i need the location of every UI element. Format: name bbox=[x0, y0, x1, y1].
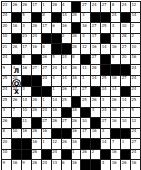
grid-cell[interactable]: 26 bbox=[12, 97, 21, 107]
cell-code-number: 26 bbox=[32, 23, 37, 28]
grid-cell[interactable]: 16 bbox=[12, 23, 21, 33]
grid-cell[interactable]: 16 bbox=[111, 150, 120, 160]
grid-cell[interactable]: 14 bbox=[22, 97, 31, 107]
cell-code-number: 23 bbox=[22, 34, 27, 39]
grid-cell[interactable]: 28 bbox=[72, 44, 81, 54]
grid-cell[interactable]: 3 bbox=[101, 97, 110, 107]
cell-code-number: 16 bbox=[112, 150, 117, 155]
grid-cell[interactable]: 21 bbox=[2, 44, 11, 54]
cell-code-number: 25 bbox=[3, 97, 8, 102]
block-cell bbox=[72, 23, 81, 33]
grid-cell[interactable]: 24 bbox=[2, 13, 11, 23]
block-cell bbox=[101, 55, 110, 65]
block-cell bbox=[12, 34, 21, 44]
cell-code-number: 25 bbox=[62, 97, 67, 102]
cell-code-number: 17 bbox=[92, 34, 97, 39]
grid-cell[interactable]: 24 bbox=[91, 2, 100, 12]
cell-code-number: 24 bbox=[42, 76, 47, 81]
cell-code-number: 8 bbox=[72, 55, 74, 60]
grid-cell[interactable]: 26 bbox=[91, 97, 100, 107]
grid-cell[interactable]: 23 bbox=[22, 34, 31, 44]
codeword-puzzle-page: 2326261712842724278241224581428324142016… bbox=[0, 0, 140, 170]
cell-code-number: 26 bbox=[22, 2, 27, 7]
cell-code-number: 5 bbox=[22, 13, 24, 18]
grid-cell[interactable]: 16 bbox=[111, 118, 120, 128]
grid-cell[interactable]: 25 bbox=[62, 97, 71, 107]
cell-code-number: 26 bbox=[82, 150, 87, 155]
block-cell bbox=[101, 13, 110, 23]
block-cell bbox=[52, 13, 61, 23]
cell-code-number: 16 bbox=[82, 23, 87, 28]
grid-cell[interactable]: 28 bbox=[91, 65, 100, 75]
cell-code-number: 3 bbox=[3, 108, 5, 113]
cell-code-number: 24 bbox=[32, 34, 37, 39]
grid-cell[interactable]: 1 bbox=[42, 97, 51, 107]
block-cell bbox=[121, 129, 130, 139]
cell-code-number: 3 bbox=[102, 97, 104, 102]
grid-cell[interactable]: 16 bbox=[72, 129, 81, 139]
cell-code-number: 27 bbox=[102, 2, 107, 7]
cell-code-number: 16 bbox=[62, 23, 67, 28]
cell-code-number: 5 bbox=[132, 108, 134, 113]
cell-code-number: 24 bbox=[42, 108, 47, 113]
grid-cell[interactable]: 25 bbox=[2, 97, 11, 107]
grid-cell[interactable]: 26 bbox=[32, 97, 41, 107]
grid-cell[interactable]: 16 bbox=[111, 108, 120, 118]
grid-cell[interactable]: 24 bbox=[131, 65, 140, 75]
cell-code-number: 26 bbox=[42, 55, 47, 60]
block-cell bbox=[32, 55, 41, 65]
grid-cell[interactable]: 18 bbox=[72, 108, 81, 118]
grid-cell[interactable]: 16 bbox=[111, 76, 120, 86]
grid-cell[interactable]: 27 bbox=[121, 76, 130, 86]
cell-code-number: 25 bbox=[132, 97, 137, 102]
cell-code-number: 25 bbox=[102, 23, 107, 28]
grid-cell[interactable]: 26 bbox=[72, 118, 81, 128]
grid-cell[interactable]: 24 bbox=[42, 108, 51, 118]
grid-cell[interactable]: 24 bbox=[101, 108, 110, 118]
cell-code-number: 10 bbox=[12, 129, 17, 134]
grid-cell[interactable]: 12 bbox=[131, 2, 140, 12]
grid-cell[interactable]: 24 bbox=[2, 55, 11, 65]
block-cell bbox=[111, 65, 120, 75]
cell-code-number: 24 bbox=[62, 55, 67, 60]
grid-cell[interactable]: 17 bbox=[22, 44, 31, 54]
cell-code-number: 16 bbox=[72, 76, 77, 81]
cell-code-number: 24 bbox=[3, 87, 8, 92]
cell-code-number: 26 bbox=[12, 44, 17, 49]
grid-cell[interactable]: 16 bbox=[131, 55, 140, 65]
cell-code-number: 26 bbox=[72, 118, 77, 123]
cell-code-number: 14 bbox=[112, 87, 117, 92]
cell-code-number: 10 bbox=[22, 108, 27, 113]
grid-cell[interactable]: 24 bbox=[52, 150, 61, 160]
grid-cell[interactable]: 25 bbox=[131, 97, 140, 107]
grid-cell[interactable]: 17 bbox=[32, 2, 41, 12]
cell-code-number: 10 bbox=[3, 150, 8, 155]
grid-cell[interactable]: 3 bbox=[91, 108, 100, 118]
grid-cell[interactable]: 13 bbox=[52, 160, 61, 170]
grid-cell[interactable]: 26 bbox=[52, 118, 61, 128]
grid-cell[interactable]: 12 bbox=[131, 118, 140, 128]
grid-cell[interactable]: 24 bbox=[2, 87, 11, 97]
grid-cell[interactable]: 3 bbox=[22, 87, 31, 97]
grid-cell[interactable]: 8 bbox=[72, 55, 81, 65]
grid-cell[interactable]: 2 bbox=[131, 34, 140, 44]
grid-cell[interactable]: 6 bbox=[62, 160, 71, 170]
cell-code-number: 26 bbox=[122, 160, 127, 165]
block-cell bbox=[111, 129, 120, 139]
grid-cell[interactable]: 14 bbox=[101, 44, 110, 54]
grid-cell[interactable]: 9 bbox=[22, 160, 31, 170]
grid-cell[interactable]: 10 bbox=[2, 150, 11, 160]
cell-code-number: 25 bbox=[102, 76, 107, 81]
grid-cell[interactable]: 26 bbox=[81, 150, 90, 160]
grid-cell[interactable]: 28 bbox=[121, 34, 130, 44]
cell-code-number: 24 bbox=[42, 160, 47, 165]
cell-code-number: 24 bbox=[102, 108, 107, 113]
grid-cell[interactable]: 27 bbox=[121, 44, 130, 54]
cell-code-number: 3 bbox=[92, 108, 94, 113]
grid-cell[interactable]: 26 bbox=[32, 129, 41, 139]
grid-cell[interactable]: 1 bbox=[72, 150, 81, 160]
grid-cell[interactable]: 25 bbox=[81, 97, 90, 107]
grid-cell[interactable]: 26 bbox=[62, 139, 71, 149]
block-cell bbox=[91, 87, 100, 97]
cell-code-number: 14 bbox=[22, 97, 27, 102]
grid-cell[interactable]: 11 bbox=[81, 65, 90, 75]
cell-code-number: 3 bbox=[82, 34, 84, 39]
cell-code-number: 27 bbox=[122, 44, 127, 49]
grid-cell[interactable]: 14 bbox=[121, 97, 130, 107]
grid-cell[interactable]: 2 bbox=[91, 150, 100, 160]
cell-code-number: 27 bbox=[92, 55, 97, 60]
block-cell bbox=[52, 44, 61, 54]
grid-cell[interactable]: 26 bbox=[32, 150, 41, 160]
grid-cell[interactable]: 27 bbox=[42, 65, 51, 75]
grid-cell[interactable]: 7 bbox=[12, 108, 21, 118]
cell-code-number: 28 bbox=[92, 65, 97, 70]
grid-cell[interactable]: 1 bbox=[42, 2, 51, 12]
cell-code-number: 1 bbox=[42, 139, 44, 144]
grid-cell[interactable]: 28 bbox=[72, 13, 81, 23]
cell-code-number: 26 bbox=[72, 65, 77, 70]
grid-cell[interactable]: 26 bbox=[42, 55, 51, 65]
cell-code-number: 5 bbox=[52, 55, 54, 60]
grid-cell[interactable]: 7 bbox=[111, 139, 120, 149]
grid-cell[interactable]: 26 bbox=[32, 108, 41, 118]
block-cell bbox=[81, 55, 90, 65]
cell-code-number: 14 bbox=[52, 97, 57, 102]
grid-cell[interactable]: 27 bbox=[42, 118, 51, 128]
grid-cell[interactable]: 1 bbox=[81, 76, 90, 86]
block-cell bbox=[72, 97, 81, 107]
grid-cell[interactable]: 17 bbox=[42, 23, 51, 33]
cell-code-number: 1 bbox=[122, 139, 124, 144]
block-cell bbox=[81, 108, 90, 118]
cell-code-number: 12 bbox=[82, 44, 87, 49]
grid-cell[interactable]: 24 bbox=[52, 65, 61, 75]
grid-cell[interactable]: 8 bbox=[22, 55, 31, 65]
cell-code-number: 26 bbox=[62, 87, 67, 92]
cell-code-number: 26 bbox=[62, 139, 67, 144]
grid-cell[interactable]: 24 bbox=[131, 150, 140, 160]
grid-cell[interactable]: 27 bbox=[131, 139, 140, 149]
grid-cell[interactable]: 3 bbox=[81, 13, 90, 23]
grid-cell[interactable]: 10 bbox=[121, 118, 130, 128]
cell-code-number: 24 bbox=[3, 13, 8, 18]
grid-cell[interactable]: 27 bbox=[32, 65, 41, 75]
grid-cell[interactable]: 8 bbox=[2, 129, 11, 139]
grid-cell[interactable]: 16 bbox=[12, 160, 21, 170]
cell-code-number: 17 bbox=[32, 2, 37, 7]
cell-code-number: 14 bbox=[102, 139, 107, 144]
cell-code-number: 8 bbox=[42, 44, 44, 49]
grid-cell[interactable]: 8 bbox=[42, 13, 51, 23]
grid-cell[interactable]: 26 bbox=[12, 2, 21, 12]
block-cell bbox=[42, 150, 51, 160]
grid-cell[interactable]: 16 bbox=[91, 129, 100, 139]
grid-cell[interactable]: 26 bbox=[2, 118, 11, 128]
grid-cell[interactable]: 16 bbox=[62, 23, 71, 33]
block-cell bbox=[22, 150, 31, 160]
grid-cell[interactable]: 17 bbox=[91, 34, 100, 44]
block-cell bbox=[121, 87, 130, 97]
grid-cell[interactable]: 1 bbox=[121, 139, 130, 149]
cell-code-number: 1 bbox=[52, 87, 54, 92]
grid-cell[interactable]: 16 bbox=[72, 76, 81, 86]
grid-cell[interactable]: 12 bbox=[52, 139, 61, 149]
grid-cell[interactable]: 3 bbox=[101, 129, 110, 139]
grid-cell[interactable]: 26 bbox=[22, 2, 31, 12]
grid-cell[interactable]: 24 bbox=[62, 55, 71, 65]
grid-cell[interactable]: 24 bbox=[32, 34, 41, 44]
cell-code-number: 24 bbox=[52, 150, 57, 155]
cell-code-number: 24 bbox=[132, 65, 137, 70]
cell-code-number: 28 bbox=[72, 13, 77, 18]
grid-cell[interactable]: 10 bbox=[131, 44, 140, 54]
grid-cell[interactable]: 26 bbox=[32, 23, 41, 33]
cell-code-number: 26 bbox=[32, 150, 37, 155]
grid-cell[interactable]: 1 bbox=[52, 87, 61, 97]
grid-cell[interactable]: 26 bbox=[121, 160, 130, 170]
cell-code-number: 4 bbox=[52, 76, 54, 81]
grid-cell[interactable]: 27 bbox=[62, 118, 71, 128]
grid-cell[interactable]: 26 bbox=[32, 160, 41, 170]
grid-cell[interactable]: 24 bbox=[131, 129, 140, 139]
grid-cell[interactable]: 4Л bbox=[12, 65, 21, 75]
cell-code-number: 4 bbox=[102, 160, 104, 165]
cell-code-number: 14 bbox=[102, 44, 107, 49]
grid-cell[interactable]: 2 bbox=[131, 23, 140, 33]
grid-cell[interactable]: 24 bbox=[131, 76, 140, 86]
cell-code-number: 27 bbox=[32, 65, 37, 70]
grid-cell[interactable]: 1 bbox=[121, 108, 130, 118]
grid-cell[interactable]: 10 bbox=[12, 129, 21, 139]
cell-code-number: 2 bbox=[62, 34, 64, 39]
grid-cell[interactable]: 26 bbox=[72, 65, 81, 75]
grid-cell[interactable]: 16 bbox=[81, 23, 90, 33]
grid-cell[interactable]: 4 bbox=[52, 76, 61, 86]
cell-code-number: 16 bbox=[92, 129, 97, 134]
grid-cell[interactable]: 27 bbox=[91, 55, 100, 65]
grid-cell[interactable]: 25 bbox=[101, 76, 110, 86]
cell-code-number: 14 bbox=[62, 76, 67, 81]
block-cell bbox=[12, 118, 21, 128]
grid-cell[interactable]: 8 bbox=[42, 44, 51, 54]
cell-code-number: 9 bbox=[3, 160, 5, 165]
grid-cell[interactable]: 24 bbox=[42, 76, 51, 86]
grid-cell[interactable]: 14 bbox=[62, 76, 71, 86]
cell-code-number: 17 bbox=[42, 23, 47, 28]
grid-cell[interactable]: 10 bbox=[2, 34, 11, 44]
grid-cell[interactable]: 16 bbox=[72, 139, 81, 149]
grid-cell[interactable]: 25 bbox=[101, 23, 110, 33]
cell-code-number: 21 bbox=[3, 44, 8, 49]
cell-code-number: 8 bbox=[42, 13, 44, 18]
cell-code-number: 24 bbox=[102, 87, 107, 92]
grid-cell[interactable]: 26 bbox=[111, 97, 120, 107]
grid-cell[interactable]: 27 bbox=[81, 2, 90, 12]
grid-cell[interactable]: 1 bbox=[42, 139, 51, 149]
grid-cell[interactable]: 16 bbox=[52, 108, 61, 118]
cell-code-number: 14 bbox=[62, 65, 67, 70]
grid-cell[interactable]: 25 bbox=[2, 76, 11, 86]
block-cell bbox=[32, 76, 41, 86]
grid-cell[interactable]: 12 bbox=[81, 44, 90, 54]
grid-cell[interactable]: 8 bbox=[111, 2, 120, 12]
block-cell bbox=[12, 13, 21, 23]
grid-cell[interactable]: 5 bbox=[52, 55, 61, 65]
cell-code-number: 25 bbox=[82, 97, 87, 102]
cell-code-number: 20 bbox=[122, 55, 127, 60]
block-cell bbox=[91, 160, 100, 170]
cell-code-number: 3 bbox=[82, 13, 84, 18]
grid-cell[interactable]: 26 bbox=[12, 44, 21, 54]
grid-cell[interactable]: 16 bbox=[32, 44, 41, 54]
cell-code-number: 26 bbox=[32, 129, 37, 134]
grid-cell[interactable]: 17 bbox=[81, 129, 90, 139]
grid-cell[interactable]: 16 bbox=[91, 44, 100, 54]
cell-code-number: 28 bbox=[72, 44, 77, 49]
grid-cell[interactable]: 5 bbox=[131, 108, 140, 118]
grid-cell[interactable]: 16 bbox=[22, 65, 31, 75]
grid-cell[interactable]: 14 bbox=[52, 97, 61, 107]
grid-cell[interactable]: 28 bbox=[52, 2, 61, 12]
block-cell bbox=[12, 150, 21, 160]
grid-cell[interactable]: 10 bbox=[121, 23, 130, 33]
grid-cell[interactable]: 11 bbox=[22, 118, 31, 128]
grid-cell[interactable]: 20 bbox=[121, 55, 130, 65]
grid-cell[interactable]: 26 bbox=[62, 87, 71, 97]
block-cell bbox=[42, 34, 51, 44]
grid-cell[interactable]: 9 bbox=[2, 65, 11, 75]
grid-cell[interactable]: 24 bbox=[121, 2, 130, 12]
cell-code-number: 16 bbox=[22, 65, 27, 70]
grid-cell[interactable]: 24Х bbox=[12, 87, 21, 97]
grid-cell[interactable]: 20О bbox=[12, 76, 21, 86]
cell-code-number: 13 bbox=[52, 160, 57, 165]
grid-cell[interactable]: 17 bbox=[72, 87, 81, 97]
cell-code-number: 26 bbox=[32, 97, 37, 102]
grid-cell[interactable]: 14 bbox=[62, 65, 71, 75]
grid-cell[interactable]: 3 bbox=[81, 34, 90, 44]
grid-cell[interactable]: 10 bbox=[22, 108, 31, 118]
cell-code-number: 24 bbox=[122, 2, 127, 7]
grid-cell[interactable]: 16 bbox=[22, 129, 31, 139]
cell-code-number: 17 bbox=[82, 129, 87, 134]
cell-code-number: 16 bbox=[12, 160, 17, 165]
grid-cell[interactable]: 23 bbox=[2, 2, 11, 12]
block-cell bbox=[101, 150, 110, 160]
grid-cell[interactable]: 27 bbox=[81, 87, 90, 97]
grid-cell[interactable]: 16 bbox=[131, 160, 140, 170]
grid-cell[interactable]: 27 bbox=[101, 118, 110, 128]
cell-code-number: 16 bbox=[112, 108, 117, 113]
cell-code-number: 24 bbox=[112, 13, 117, 18]
grid-cell[interactable]: 16 bbox=[42, 129, 51, 139]
grid-cell[interactable]: 3 bbox=[2, 108, 11, 118]
cell-code-number: 10 bbox=[132, 44, 137, 49]
grid-cell[interactable]: 16 bbox=[32, 139, 41, 149]
grid-cell[interactable]: 16 bbox=[111, 160, 120, 170]
grid-cell[interactable]: 2 bbox=[62, 34, 71, 44]
grid-cell[interactable]: 3 bbox=[111, 23, 120, 33]
cell-code-number: 26 bbox=[3, 118, 8, 123]
grid-cell[interactable]: 14 bbox=[111, 87, 120, 97]
given-letter: Л bbox=[12, 67, 21, 75]
cell-code-number: 7 bbox=[12, 108, 14, 113]
cell-code-number: 16 bbox=[112, 160, 117, 165]
grid-cell[interactable]: 27 bbox=[101, 2, 110, 12]
grid-cell[interactable]: 24 bbox=[111, 13, 120, 23]
codeword-grid: 2326261712842724278241224581428324142016… bbox=[1, 1, 141, 170]
grid-cell[interactable]: 14 bbox=[101, 139, 110, 149]
cell-code-number: 10 bbox=[122, 23, 127, 28]
grid-cell[interactable]: 24 bbox=[131, 87, 140, 97]
grid-cell[interactable]: 16 bbox=[111, 44, 120, 54]
grid-cell[interactable]: 16 bbox=[72, 160, 81, 170]
grid-cell[interactable]: 6 bbox=[52, 23, 61, 33]
grid-cell[interactable]: 10 bbox=[81, 118, 90, 128]
grid-cell[interactable]: 4 bbox=[62, 2, 71, 12]
cell-code-number: 26 bbox=[112, 97, 117, 102]
grid-cell[interactable]: 9 bbox=[2, 160, 11, 170]
grid-cell[interactable]: 27 bbox=[91, 23, 100, 33]
grid-cell[interactable]: 14 bbox=[62, 13, 71, 23]
grid-cell[interactable]: 3 bbox=[22, 23, 31, 33]
cell-code-number: 27 bbox=[42, 65, 47, 70]
grid-cell[interactable]: 24 bbox=[42, 160, 51, 170]
block-cell bbox=[32, 13, 41, 23]
cell-code-number: 26 bbox=[92, 97, 97, 102]
grid-cell[interactable]: 5 bbox=[22, 13, 31, 23]
grid-cell[interactable]: 14 bbox=[91, 76, 100, 86]
cell-code-number: 14 bbox=[62, 13, 67, 18]
grid-cell[interactable]: 8 bbox=[111, 55, 120, 65]
grid-cell[interactable]: 14 bbox=[131, 13, 140, 23]
grid-cell[interactable]: 24 bbox=[101, 87, 110, 97]
grid-cell[interactable]: 26 bbox=[72, 34, 81, 44]
grid-cell[interactable]: 20 bbox=[2, 139, 11, 149]
block-cell bbox=[121, 13, 130, 23]
cell-code-number: 11 bbox=[82, 65, 87, 70]
block-cell bbox=[62, 108, 71, 118]
grid-cell[interactable]: 20 bbox=[2, 23, 11, 33]
grid-cell[interactable]: 4 bbox=[101, 160, 110, 170]
grid-cell[interactable]: 3 bbox=[111, 34, 120, 44]
block-cell bbox=[62, 44, 71, 54]
